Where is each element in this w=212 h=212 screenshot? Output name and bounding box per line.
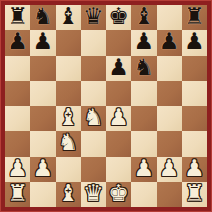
white-pawn-icon: ♟: [33, 157, 54, 181]
square-f2[interactable]: ♟: [131, 157, 156, 182]
square-a4[interactable]: [5, 106, 30, 131]
square-h5[interactable]: [182, 81, 207, 106]
square-d5[interactable]: [81, 81, 106, 106]
square-c6[interactable]: [56, 56, 81, 81]
square-h1[interactable]: ♜: [182, 182, 207, 207]
square-d7[interactable]: [81, 30, 106, 55]
white-bishop-icon: ♝: [58, 182, 79, 206]
square-g2[interactable]: ♟: [157, 157, 182, 182]
square-b7[interactable]: ♟: [30, 30, 55, 55]
black-king-icon: ♚: [108, 5, 129, 29]
square-a7[interactable]: ♟: [5, 30, 30, 55]
square-b1[interactable]: [30, 182, 55, 207]
square-h6[interactable]: [182, 56, 207, 81]
square-c1[interactable]: ♝: [56, 182, 81, 207]
black-bishop-icon: ♝: [58, 5, 79, 29]
square-e3[interactable]: [106, 131, 131, 156]
black-knight-icon: ♞: [33, 5, 54, 29]
white-pawn-icon: ♟: [7, 157, 28, 181]
square-g1[interactable]: [157, 182, 182, 207]
square-h8[interactable]: ♜: [182, 5, 207, 30]
square-h2[interactable]: ♟: [182, 157, 207, 182]
black-pawn-icon: ♟: [159, 30, 180, 54]
white-knight-icon: ♞: [58, 131, 79, 155]
square-e4[interactable]: ♟: [106, 106, 131, 131]
square-a3[interactable]: [5, 131, 30, 156]
black-bishop-icon: ♝: [134, 5, 155, 29]
square-g6[interactable]: [157, 56, 182, 81]
square-e7[interactable]: [106, 30, 131, 55]
square-c8[interactable]: ♝: [56, 5, 81, 30]
square-a8[interactable]: ♜: [5, 5, 30, 30]
square-h4[interactable]: [182, 106, 207, 131]
square-b4[interactable]: [30, 106, 55, 131]
black-pawn-icon: ♟: [7, 30, 28, 54]
square-f1[interactable]: [131, 182, 156, 207]
white-rook-icon: ♜: [7, 182, 28, 206]
square-e5[interactable]: [106, 81, 131, 106]
square-a1[interactable]: ♜: [5, 182, 30, 207]
square-a2[interactable]: ♟: [5, 157, 30, 182]
black-pawn-icon: ♟: [134, 30, 155, 54]
square-d8[interactable]: ♛: [81, 5, 106, 30]
black-knight-icon: ♞: [134, 56, 155, 80]
square-b6[interactable]: [30, 56, 55, 81]
chess-board-frame: ♜♞♝♛♚♝♜♟♟♟♟♟♟♞♝♞♟♞♟♟♟♟♟♜♝♛♚♜: [0, 0, 212, 212]
square-c5[interactable]: [56, 81, 81, 106]
square-f4[interactable]: [131, 106, 156, 131]
white-pawn-icon: ♟: [159, 157, 180, 181]
chess-board: ♜♞♝♛♚♝♜♟♟♟♟♟♟♞♝♞♟♞♟♟♟♟♟♜♝♛♚♜: [5, 5, 207, 207]
square-d4[interactable]: ♞: [81, 106, 106, 131]
black-pawn-icon: ♟: [33, 30, 54, 54]
square-d6[interactable]: [81, 56, 106, 81]
square-f5[interactable]: [131, 81, 156, 106]
square-f7[interactable]: ♟: [131, 30, 156, 55]
white-knight-icon: ♞: [83, 106, 104, 130]
square-b2[interactable]: ♟: [30, 157, 55, 182]
square-f6[interactable]: ♞: [131, 56, 156, 81]
square-g4[interactable]: [157, 106, 182, 131]
square-d3[interactable]: [81, 131, 106, 156]
white-bishop-icon: ♝: [58, 106, 79, 130]
square-f8[interactable]: ♝: [131, 5, 156, 30]
black-pawn-icon: ♟: [108, 56, 129, 80]
square-g3[interactable]: [157, 131, 182, 156]
square-e1[interactable]: ♚: [106, 182, 131, 207]
square-g5[interactable]: [157, 81, 182, 106]
white-rook-icon: ♜: [184, 182, 205, 206]
square-h7[interactable]: ♟: [182, 30, 207, 55]
square-a5[interactable]: [5, 81, 30, 106]
square-e2[interactable]: [106, 157, 131, 182]
square-d2[interactable]: [81, 157, 106, 182]
white-pawn-icon: ♟: [134, 157, 155, 181]
square-c7[interactable]: [56, 30, 81, 55]
square-c2[interactable]: [56, 157, 81, 182]
black-rook-icon: ♜: [7, 5, 28, 29]
white-queen-icon: ♛: [83, 182, 104, 206]
square-d1[interactable]: ♛: [81, 182, 106, 207]
black-queen-icon: ♛: [83, 5, 104, 29]
square-a6[interactable]: [5, 56, 30, 81]
square-c4[interactable]: ♝: [56, 106, 81, 131]
square-g8[interactable]: [157, 5, 182, 30]
black-rook-icon: ♜: [184, 5, 205, 29]
square-g7[interactable]: ♟: [157, 30, 182, 55]
white-pawn-icon: ♟: [184, 157, 205, 181]
white-pawn-icon: ♟: [108, 106, 129, 130]
square-b8[interactable]: ♞: [30, 5, 55, 30]
black-pawn-icon: ♟: [184, 30, 205, 54]
square-b5[interactable]: [30, 81, 55, 106]
square-e6[interactable]: ♟: [106, 56, 131, 81]
square-h3[interactable]: [182, 131, 207, 156]
white-king-icon: ♚: [108, 182, 129, 206]
square-e8[interactable]: ♚: [106, 5, 131, 30]
square-b3[interactable]: [30, 131, 55, 156]
square-f3[interactable]: [131, 131, 156, 156]
square-c3[interactable]: ♞: [56, 131, 81, 156]
